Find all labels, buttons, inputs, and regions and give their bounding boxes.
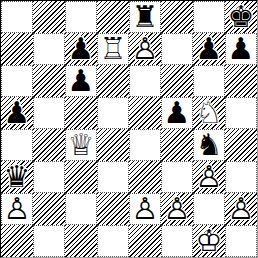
square-a1[interactable] — [1, 225, 33, 257]
square-d7[interactable]: ♜♖ — [97, 33, 129, 65]
square-b1[interactable] — [33, 225, 65, 257]
chess-board: ♜♚♟♜♖♟♙♟♟♟♟♟♞♘♛♕♞♛♟♙♟♙♟♙♟♙♟♙♚♔ — [0, 0, 258, 258]
square-a4[interactable] — [1, 129, 33, 161]
square-f3[interactable] — [161, 161, 193, 193]
piece-black-knight: ♞ — [194, 130, 224, 160]
square-e6[interactable] — [129, 65, 161, 97]
square-a6[interactable] — [1, 65, 33, 97]
piece-white-rook: ♜♖ — [98, 34, 128, 64]
piece-black-king: ♚ — [225, 1, 257, 33]
square-h2[interactable]: ♟♙ — [225, 193, 257, 225]
square-a5[interactable]: ♟ — [1, 97, 33, 129]
piece-white-pawn: ♟♙ — [161, 193, 193, 225]
square-g6[interactable] — [193, 65, 225, 97]
square-h3[interactable] — [225, 161, 257, 193]
square-c8[interactable] — [65, 1, 97, 33]
piece-black-queen: ♛ — [1, 161, 33, 193]
piece-black-pawn: ♟ — [66, 66, 96, 96]
piece-black-rook: ♜ — [130, 2, 160, 32]
square-d1[interactable] — [97, 225, 129, 257]
square-h5[interactable] — [225, 97, 257, 129]
square-f4[interactable] — [161, 129, 193, 161]
square-g8[interactable] — [193, 1, 225, 33]
square-d6[interactable] — [97, 65, 129, 97]
piece-white-knight: ♞♘ — [193, 97, 225, 129]
piece-white-king: ♚♔ — [193, 225, 225, 257]
square-c6[interactable]: ♟ — [65, 65, 97, 97]
square-f6[interactable] — [161, 65, 193, 97]
square-g1[interactable]: ♚♔ — [193, 225, 225, 257]
square-h4[interactable] — [225, 129, 257, 161]
square-e2[interactable]: ♟♙ — [129, 193, 161, 225]
piece-white-pawn: ♟♙ — [130, 194, 160, 224]
square-h6[interactable] — [225, 65, 257, 97]
square-h7[interactable]: ♟ — [225, 33, 257, 65]
square-g5[interactable]: ♞♘ — [193, 97, 225, 129]
square-e7[interactable]: ♟♙ — [129, 33, 161, 65]
square-g4[interactable]: ♞ — [193, 129, 225, 161]
piece-black-pawn: ♟ — [65, 33, 97, 65]
square-b4[interactable] — [33, 129, 65, 161]
square-d3[interactable] — [97, 161, 129, 193]
square-g3[interactable]: ♟♙ — [193, 161, 225, 193]
piece-white-pawn: ♟♙ — [2, 194, 32, 224]
square-h8[interactable]: ♚ — [225, 1, 257, 33]
square-f2[interactable]: ♟♙ — [161, 193, 193, 225]
square-a2[interactable]: ♟♙ — [1, 193, 33, 225]
piece-white-pawn: ♟♙ — [225, 193, 257, 225]
square-b8[interactable] — [33, 1, 65, 33]
piece-white-queen: ♛♕ — [66, 130, 96, 160]
square-c1[interactable] — [65, 225, 97, 257]
square-a7[interactable] — [1, 33, 33, 65]
square-g2[interactable] — [193, 193, 225, 225]
square-b3[interactable] — [33, 161, 65, 193]
square-e4[interactable] — [129, 129, 161, 161]
square-f8[interactable] — [161, 1, 193, 33]
square-b5[interactable] — [33, 97, 65, 129]
square-b7[interactable] — [33, 33, 65, 65]
square-d4[interactable] — [97, 129, 129, 161]
square-d8[interactable] — [97, 1, 129, 33]
square-c4[interactable]: ♛♕ — [65, 129, 97, 161]
square-e1[interactable] — [129, 225, 161, 257]
square-e5[interactable] — [129, 97, 161, 129]
square-e8[interactable]: ♜ — [129, 1, 161, 33]
square-h1[interactable] — [225, 225, 257, 257]
piece-black-pawn: ♟ — [162, 98, 192, 128]
piece-black-pawn: ♟ — [1, 97, 33, 129]
square-f5[interactable]: ♟ — [161, 97, 193, 129]
square-c2[interactable] — [65, 193, 97, 225]
square-c5[interactable] — [65, 97, 97, 129]
square-c7[interactable]: ♟ — [65, 33, 97, 65]
piece-black-pawn: ♟ — [226, 34, 256, 64]
square-f1[interactable] — [161, 225, 193, 257]
piece-black-pawn: ♟ — [193, 33, 225, 65]
piece-white-pawn: ♟♙ — [129, 33, 161, 65]
square-d2[interactable] — [97, 193, 129, 225]
square-a3[interactable]: ♛ — [1, 161, 33, 193]
square-a8[interactable] — [1, 1, 33, 33]
square-e3[interactable] — [129, 161, 161, 193]
square-c3[interactable] — [65, 161, 97, 193]
square-d5[interactable] — [97, 97, 129, 129]
square-g7[interactable]: ♟ — [193, 33, 225, 65]
square-f7[interactable] — [161, 33, 193, 65]
square-b2[interactable] — [33, 193, 65, 225]
square-b6[interactable] — [33, 65, 65, 97]
piece-white-pawn: ♟♙ — [193, 161, 225, 193]
